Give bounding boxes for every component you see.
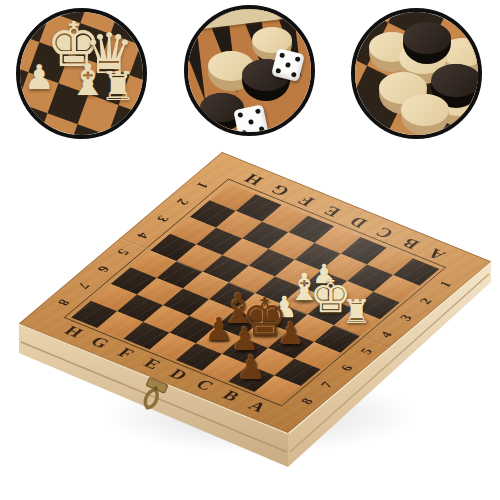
inset-checkers-detail [351, 8, 482, 139]
die-five [233, 104, 269, 136]
product-photo: HHGGFFEEDDCCBBAA1122334455667788 ♟♝♚♟♜♝♚… [0, 0, 500, 500]
checker-cream [401, 94, 449, 136]
dark-pawn-b6: ♟ [277, 319, 304, 350]
chess-rook-icon: ♜ [100, 66, 136, 106]
dark-pawn-b8: ♟ [236, 350, 266, 383]
light-rook-a4: ♜ [342, 294, 372, 327]
dark-pawn-d7: ♟ [204, 313, 233, 345]
checker-black-stacked [403, 22, 451, 64]
inset-backgammon-detail [184, 5, 315, 136]
inset-chess-detail: ♟ ♚ ♛ ♝ ♜ [16, 8, 147, 139]
